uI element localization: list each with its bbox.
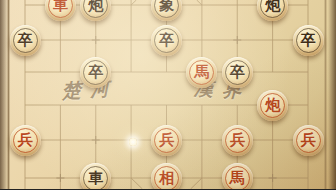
piece-character: 炮: [257, 90, 288, 121]
piece-character: 相: [151, 163, 182, 190]
piece-character: 馬: [222, 163, 253, 190]
piece-character: 卒: [80, 57, 111, 88]
piece-character: 炮: [80, 0, 111, 21]
piece-black-elephant[interactable]: 象: [151, 0, 182, 21]
piece-black-pawn[interactable]: 卒: [293, 25, 324, 56]
piece-red-pawn[interactable]: 兵: [151, 125, 182, 156]
piece-red-horse[interactable]: 馬: [186, 57, 217, 88]
piece-character: 卒: [222, 57, 253, 88]
pieces-layer: 車炮象炮卒卒卒卒馬卒炮兵兵兵兵車相馬: [0, 0, 336, 189]
piece-black-cannon[interactable]: 炮: [80, 0, 111, 21]
piece-black-pawn[interactable]: 卒: [80, 57, 111, 88]
piece-red-pawn[interactable]: 兵: [10, 125, 41, 156]
piece-black-pawn[interactable]: 卒: [10, 25, 41, 56]
piece-character: 象: [151, 0, 182, 21]
piece-character: 兵: [293, 125, 324, 156]
piece-red-horse[interactable]: 馬: [222, 163, 253, 190]
piece-black-chariot[interactable]: 車: [80, 163, 111, 190]
piece-character: 車: [45, 0, 76, 21]
piece-character: 炮: [257, 0, 288, 21]
piece-red-chariot[interactable]: 車: [45, 0, 76, 21]
piece-character: 卒: [10, 25, 41, 56]
piece-red-pawn[interactable]: 兵: [293, 125, 324, 156]
piece-black-cannon[interactable]: 炮: [257, 0, 288, 21]
piece-character: 車: [80, 163, 111, 190]
piece-character: 卒: [151, 25, 182, 56]
xiangqi-board[interactable]: 楚河 漢界 車炮象炮卒卒卒卒馬卒炮兵兵兵兵車相馬: [0, 0, 336, 189]
piece-red-cannon[interactable]: 炮: [257, 90, 288, 121]
piece-character: 兵: [151, 125, 182, 156]
piece-character: 兵: [222, 125, 253, 156]
piece-character: 卒: [293, 25, 324, 56]
piece-red-pawn[interactable]: 兵: [222, 125, 253, 156]
piece-character: 馬: [186, 57, 217, 88]
piece-black-pawn[interactable]: 卒: [151, 25, 182, 56]
piece-character: 兵: [10, 125, 41, 156]
piece-red-elephant[interactable]: 相: [151, 163, 182, 190]
piece-black-pawn[interactable]: 卒: [222, 57, 253, 88]
